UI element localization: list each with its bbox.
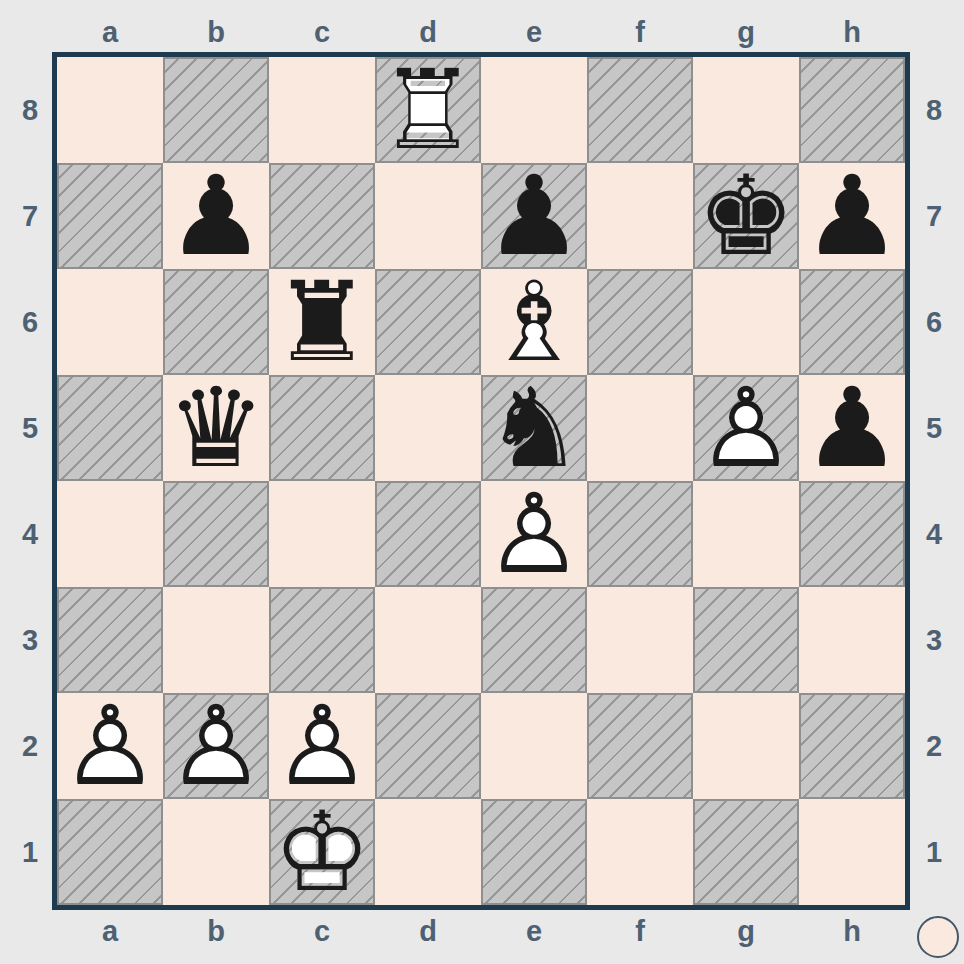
file-label-e: e bbox=[481, 913, 587, 949]
square-a6[interactable] bbox=[57, 269, 163, 375]
rank-label-2: 2 bbox=[916, 693, 952, 799]
white-pawn-icon: ♙ bbox=[57, 693, 163, 799]
piece-black-king-g7[interactable]: ♚ bbox=[693, 163, 799, 269]
piece-white-bishop-e6[interactable]: ♝♗ bbox=[481, 269, 587, 375]
rank-label-2: 2 bbox=[12, 693, 48, 799]
square-c5[interactable] bbox=[269, 375, 375, 481]
piece-white-pawn-b2[interactable]: ♟♙ bbox=[163, 693, 269, 799]
square-h8[interactable] bbox=[799, 57, 905, 163]
file-label-g: g bbox=[693, 913, 799, 949]
square-a8[interactable] bbox=[57, 57, 163, 163]
square-b2[interactable]: ♟♙ bbox=[163, 693, 269, 799]
square-d6[interactable] bbox=[375, 269, 481, 375]
square-e2[interactable] bbox=[481, 693, 587, 799]
chess-board-frame: ♜♖♟♟♚♟♜♝♗♛♞♟♙♟♟♙♟♙♟♙♟♙♚♔ bbox=[52, 52, 910, 910]
file-label-g: g bbox=[693, 14, 799, 50]
square-g5[interactable]: ♟♙ bbox=[693, 375, 799, 481]
file-label-b: b bbox=[163, 14, 269, 50]
piece-white-pawn-g5[interactable]: ♟♙ bbox=[693, 375, 799, 481]
square-b6[interactable] bbox=[163, 269, 269, 375]
square-e3[interactable] bbox=[481, 587, 587, 693]
file-labels-top: abcdefgh bbox=[57, 14, 905, 50]
white-to-move-indicator bbox=[917, 916, 959, 958]
rank-label-7: 7 bbox=[12, 163, 48, 269]
square-a2[interactable]: ♟♙ bbox=[57, 693, 163, 799]
white-pawn-icon: ♙ bbox=[693, 375, 799, 481]
white-pawn-icon: ♙ bbox=[481, 481, 587, 587]
square-b4[interactable] bbox=[163, 481, 269, 587]
square-b5[interactable]: ♛ bbox=[163, 375, 269, 481]
file-label-h: h bbox=[799, 14, 905, 50]
square-c2[interactable]: ♟♙ bbox=[269, 693, 375, 799]
black-rook-icon: ♜ bbox=[269, 269, 375, 375]
square-b8[interactable] bbox=[163, 57, 269, 163]
rank-label-8: 8 bbox=[12, 57, 48, 163]
piece-white-pawn-c2[interactable]: ♟♙ bbox=[269, 693, 375, 799]
rank-label-4: 4 bbox=[12, 481, 48, 587]
square-d5[interactable] bbox=[375, 375, 481, 481]
square-e1[interactable] bbox=[481, 799, 587, 905]
file-label-f: f bbox=[587, 913, 693, 949]
square-g3[interactable] bbox=[693, 587, 799, 693]
square-a3[interactable] bbox=[57, 587, 163, 693]
square-h7[interactable]: ♟ bbox=[799, 163, 905, 269]
rank-labels-left: 87654321 bbox=[12, 57, 48, 905]
square-f4[interactable] bbox=[587, 481, 693, 587]
black-pawn-icon: ♟ bbox=[799, 375, 905, 481]
square-b7[interactable]: ♟ bbox=[163, 163, 269, 269]
file-label-c: c bbox=[269, 913, 375, 949]
file-label-e: e bbox=[481, 14, 587, 50]
black-king-icon: ♚ bbox=[693, 163, 799, 269]
square-d1[interactable] bbox=[375, 799, 481, 905]
square-c4[interactable] bbox=[269, 481, 375, 587]
rank-label-3: 3 bbox=[916, 587, 952, 693]
square-b3[interactable] bbox=[163, 587, 269, 693]
rank-label-8: 8 bbox=[916, 57, 952, 163]
black-pawn-icon: ♟ bbox=[481, 163, 587, 269]
square-e7[interactable]: ♟ bbox=[481, 163, 587, 269]
piece-black-rook-c6[interactable]: ♜ bbox=[269, 269, 375, 375]
rank-label-1: 1 bbox=[916, 799, 952, 905]
square-d3[interactable] bbox=[375, 587, 481, 693]
square-c1[interactable]: ♚♔ bbox=[269, 799, 375, 905]
square-d2[interactable] bbox=[375, 693, 481, 799]
square-a1[interactable] bbox=[57, 799, 163, 905]
file-label-a: a bbox=[57, 14, 163, 50]
square-d8[interactable]: ♜♖ bbox=[375, 57, 481, 163]
square-e6[interactable]: ♝♗ bbox=[481, 269, 587, 375]
file-labels-bottom: abcdefgh bbox=[57, 913, 905, 949]
square-d7[interactable] bbox=[375, 163, 481, 269]
file-label-b: b bbox=[163, 913, 269, 949]
black-pawn-icon: ♟ bbox=[163, 163, 269, 269]
square-h3[interactable] bbox=[799, 587, 905, 693]
file-label-d: d bbox=[375, 14, 481, 50]
chess-board: ♜♖♟♟♚♟♜♝♗♛♞♟♙♟♟♙♟♙♟♙♟♙♚♔ bbox=[57, 57, 905, 905]
piece-black-pawn-b7[interactable]: ♟ bbox=[163, 163, 269, 269]
square-h2[interactable] bbox=[799, 693, 905, 799]
square-h5[interactable]: ♟ bbox=[799, 375, 905, 481]
square-c8[interactable] bbox=[269, 57, 375, 163]
file-label-a: a bbox=[57, 913, 163, 949]
rank-label-3: 3 bbox=[12, 587, 48, 693]
square-c6[interactable]: ♜ bbox=[269, 269, 375, 375]
piece-white-pawn-a2[interactable]: ♟♙ bbox=[57, 693, 163, 799]
white-rook-icon: ♖ bbox=[375, 57, 481, 163]
rank-label-1: 1 bbox=[12, 799, 48, 905]
square-e8[interactable] bbox=[481, 57, 587, 163]
square-f3[interactable] bbox=[587, 587, 693, 693]
rank-label-6: 6 bbox=[916, 269, 952, 375]
rank-label-4: 4 bbox=[916, 481, 952, 587]
white-pawn-icon: ♙ bbox=[163, 693, 269, 799]
square-g4[interactable] bbox=[693, 481, 799, 587]
file-label-d: d bbox=[375, 913, 481, 949]
black-knight-icon: ♞ bbox=[481, 375, 587, 481]
square-f1[interactable] bbox=[587, 799, 693, 905]
square-g2[interactable] bbox=[693, 693, 799, 799]
square-c3[interactable] bbox=[269, 587, 375, 693]
piece-black-queen-b5[interactable]: ♛ bbox=[163, 375, 269, 481]
piece-white-pawn-e4[interactable]: ♟♙ bbox=[481, 481, 587, 587]
rank-label-5: 5 bbox=[916, 375, 952, 481]
square-a5[interactable] bbox=[57, 375, 163, 481]
rank-label-7: 7 bbox=[916, 163, 952, 269]
file-label-f: f bbox=[587, 14, 693, 50]
square-h6[interactable] bbox=[799, 269, 905, 375]
square-g7[interactable]: ♚ bbox=[693, 163, 799, 269]
file-label-c: c bbox=[269, 14, 375, 50]
square-g8[interactable] bbox=[693, 57, 799, 163]
square-f7[interactable] bbox=[587, 163, 693, 269]
square-f2[interactable] bbox=[587, 693, 693, 799]
square-f8[interactable] bbox=[587, 57, 693, 163]
piece-white-rook-d8[interactable]: ♜♖ bbox=[375, 57, 481, 163]
black-pawn-icon: ♟ bbox=[799, 163, 905, 269]
square-a7[interactable] bbox=[57, 163, 163, 269]
file-label-h: h bbox=[799, 913, 905, 949]
square-f6[interactable] bbox=[587, 269, 693, 375]
white-pawn-icon: ♙ bbox=[269, 693, 375, 799]
square-a4[interactable] bbox=[57, 481, 163, 587]
piece-black-pawn-e7[interactable]: ♟ bbox=[481, 163, 587, 269]
piece-white-king-c1[interactable]: ♚♔ bbox=[269, 799, 375, 905]
square-c7[interactable] bbox=[269, 163, 375, 269]
square-b1[interactable] bbox=[163, 799, 269, 905]
rank-label-5: 5 bbox=[12, 375, 48, 481]
square-g1[interactable] bbox=[693, 799, 799, 905]
square-h1[interactable] bbox=[799, 799, 905, 905]
rank-labels-right: 87654321 bbox=[916, 57, 952, 905]
square-h4[interactable] bbox=[799, 481, 905, 587]
square-d4[interactable] bbox=[375, 481, 481, 587]
piece-black-pawn-h7[interactable]: ♟ bbox=[799, 163, 905, 269]
square-e5[interactable]: ♞ bbox=[481, 375, 587, 481]
rank-label-6: 6 bbox=[12, 269, 48, 375]
white-king-icon: ♔ bbox=[269, 799, 375, 905]
white-bishop-icon: ♗ bbox=[481, 269, 587, 375]
piece-black-knight-e5[interactable]: ♞ bbox=[481, 375, 587, 481]
square-f5[interactable] bbox=[587, 375, 693, 481]
black-queen-icon: ♛ bbox=[163, 375, 269, 481]
square-g6[interactable] bbox=[693, 269, 799, 375]
piece-black-pawn-h5[interactable]: ♟ bbox=[799, 375, 905, 481]
square-e4[interactable]: ♟♙ bbox=[481, 481, 587, 587]
